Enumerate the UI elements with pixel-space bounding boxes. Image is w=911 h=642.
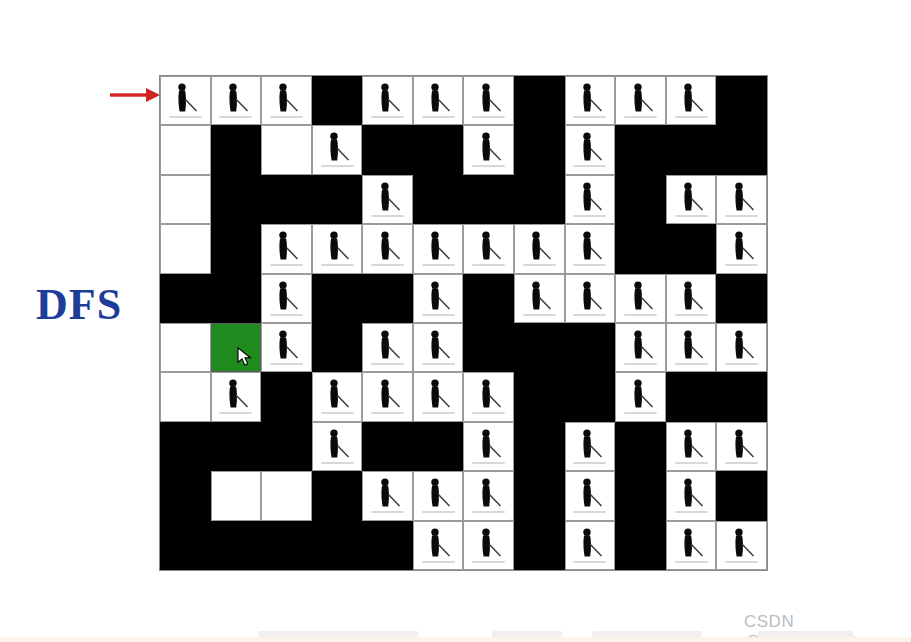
maze-cell-r5c9 bbox=[565, 274, 616, 323]
figure-caption bbox=[725, 462, 758, 464]
figure-caption bbox=[472, 116, 505, 118]
figure-caption bbox=[321, 462, 354, 464]
walker-icon bbox=[273, 83, 299, 114]
maze-cell-r3c9 bbox=[565, 175, 616, 224]
walker-icon bbox=[476, 379, 502, 410]
walker-icon bbox=[476, 231, 502, 262]
walker-icon bbox=[628, 330, 654, 361]
maze-cell-r10c10 bbox=[615, 521, 666, 570]
maze-cell-r8c3 bbox=[261, 422, 312, 471]
figure-caption bbox=[371, 215, 404, 217]
maze-cell-r6c12 bbox=[716, 323, 767, 372]
maze-cell-r6c9 bbox=[565, 323, 616, 372]
walker-icon bbox=[577, 231, 603, 262]
maze-cell-r9c2 bbox=[211, 471, 262, 520]
maze-cell-r3c7 bbox=[463, 175, 514, 224]
maze-cell-r7c3 bbox=[261, 372, 312, 421]
maze-cell-r6c2 bbox=[211, 323, 262, 372]
walker-icon bbox=[577, 478, 603, 509]
figure-caption bbox=[725, 363, 758, 365]
maze-cell-r2c3 bbox=[261, 125, 312, 174]
maze-cell-r1c1 bbox=[160, 76, 211, 125]
maze-cell-r2c8 bbox=[514, 125, 565, 174]
figure-caption bbox=[270, 116, 303, 118]
maze-cell-r7c9 bbox=[565, 372, 616, 421]
maze-cell-r4c4 bbox=[312, 224, 363, 273]
maze-cell-r10c12 bbox=[716, 521, 767, 570]
figure-caption bbox=[371, 116, 404, 118]
figure-caption bbox=[675, 511, 708, 513]
maze-cell-r8c6 bbox=[413, 422, 464, 471]
figure-caption bbox=[624, 363, 657, 365]
maze-cell-r1c4 bbox=[312, 76, 363, 125]
figure-caption bbox=[422, 511, 455, 513]
maze-cell-r9c9 bbox=[565, 471, 616, 520]
figure-caption bbox=[472, 412, 505, 414]
walker-icon bbox=[678, 182, 704, 213]
figure-caption bbox=[573, 511, 606, 513]
maze-cell-r2c5 bbox=[362, 125, 413, 174]
maze-cell-r8c8 bbox=[514, 422, 565, 471]
maze-cell-r1c8 bbox=[514, 76, 565, 125]
figure-caption bbox=[624, 116, 657, 118]
maze-cell-r7c11 bbox=[666, 372, 717, 421]
walker-icon bbox=[729, 182, 755, 213]
walker-icon bbox=[324, 379, 350, 410]
maze-cell-r4c2 bbox=[211, 224, 262, 273]
maze-cell-r8c2 bbox=[211, 422, 262, 471]
walker-icon bbox=[729, 330, 755, 361]
algorithm-label: DFS bbox=[36, 283, 122, 327]
walker-icon bbox=[628, 379, 654, 410]
walker-icon bbox=[678, 429, 704, 460]
walker-icon bbox=[678, 330, 704, 361]
maze-cell-r1c3 bbox=[261, 76, 312, 125]
maze-cell-r4c6 bbox=[413, 224, 464, 273]
walker-icon bbox=[375, 330, 401, 361]
figure-caption bbox=[321, 412, 354, 414]
figure-caption bbox=[422, 412, 455, 414]
walker-icon bbox=[375, 182, 401, 213]
maze-cell-r8c10 bbox=[615, 422, 666, 471]
maze-cell-r9c3 bbox=[261, 471, 312, 520]
figure-caption bbox=[675, 215, 708, 217]
maze-cell-r8c5 bbox=[362, 422, 413, 471]
maze-cell-r5c11 bbox=[666, 274, 717, 323]
maze-cell-r5c10 bbox=[615, 274, 666, 323]
figure-caption bbox=[675, 561, 708, 563]
maze-cell-r9c11 bbox=[666, 471, 717, 520]
maze-cell-r1c6 bbox=[413, 76, 464, 125]
walker-icon bbox=[324, 132, 350, 163]
figure-caption bbox=[422, 314, 455, 316]
walker-icon bbox=[729, 231, 755, 262]
figure-caption bbox=[422, 363, 455, 365]
walker-icon bbox=[577, 132, 603, 163]
maze-cell-r1c7 bbox=[463, 76, 514, 125]
maze-cell-r7c12 bbox=[716, 372, 767, 421]
maze-cell-r10c5 bbox=[362, 521, 413, 570]
walker-icon bbox=[425, 281, 451, 312]
maze-cell-r7c1 bbox=[160, 372, 211, 421]
walker-icon bbox=[425, 478, 451, 509]
figure-caption bbox=[675, 363, 708, 365]
figure-caption bbox=[573, 561, 606, 563]
maze-cell-r9c6 bbox=[413, 471, 464, 520]
maze-cell-r2c2 bbox=[211, 125, 262, 174]
figure-caption bbox=[371, 363, 404, 365]
maze-cell-r4c8 bbox=[514, 224, 565, 273]
walker-icon bbox=[425, 231, 451, 262]
maze-cell-r5c7 bbox=[463, 274, 514, 323]
figure-caption bbox=[725, 215, 758, 217]
walker-icon bbox=[628, 281, 654, 312]
walker-icon bbox=[628, 83, 654, 114]
walker-icon bbox=[729, 429, 755, 460]
maze-cell-r5c4 bbox=[312, 274, 363, 323]
figure-caption bbox=[371, 412, 404, 414]
figure-caption bbox=[422, 561, 455, 563]
maze-grid bbox=[159, 75, 768, 571]
figure-caption bbox=[573, 165, 606, 167]
maze-cell-r8c9 bbox=[565, 422, 616, 471]
maze-cell-r10c9 bbox=[565, 521, 616, 570]
maze-cell-r5c2 bbox=[211, 274, 262, 323]
maze-cell-r7c8 bbox=[514, 372, 565, 421]
walker-icon bbox=[476, 132, 502, 163]
walker-icon bbox=[425, 83, 451, 114]
figure-caption bbox=[321, 264, 354, 266]
figure-caption bbox=[270, 314, 303, 316]
maze-cell-r10c4 bbox=[312, 521, 363, 570]
maze-cell-r1c9 bbox=[565, 76, 616, 125]
figure-caption bbox=[573, 264, 606, 266]
figure-caption bbox=[472, 165, 505, 167]
maze-cell-r10c2 bbox=[211, 521, 262, 570]
maze-cell-r9c1 bbox=[160, 471, 211, 520]
maze-cell-r3c3 bbox=[261, 175, 312, 224]
maze-cell-r2c11 bbox=[666, 125, 717, 174]
figure-caption bbox=[675, 462, 708, 464]
figure-caption bbox=[523, 314, 556, 316]
maze-cell-r7c5 bbox=[362, 372, 413, 421]
maze-cell-r7c10 bbox=[615, 372, 666, 421]
walker-icon bbox=[526, 281, 552, 312]
maze-cell-r9c7 bbox=[463, 471, 514, 520]
walker-icon bbox=[577, 528, 603, 559]
walker-icon bbox=[273, 231, 299, 262]
walker-icon bbox=[375, 379, 401, 410]
walker-icon bbox=[577, 281, 603, 312]
walker-icon bbox=[476, 528, 502, 559]
maze-cell-r2c10 bbox=[615, 125, 666, 174]
maze-cell-r9c4 bbox=[312, 471, 363, 520]
figure-caption bbox=[169, 116, 202, 118]
maze-cell-r6c6 bbox=[413, 323, 464, 372]
figure-caption bbox=[422, 264, 455, 266]
maze-cell-r3c2 bbox=[211, 175, 262, 224]
walker-icon bbox=[223, 83, 249, 114]
maze-cell-r7c6 bbox=[413, 372, 464, 421]
walker-icon bbox=[526, 231, 552, 262]
maze-cell-r3c10 bbox=[615, 175, 666, 224]
figure-caption bbox=[422, 116, 455, 118]
maze-cell-r8c1 bbox=[160, 422, 211, 471]
maze-cell-r10c8 bbox=[514, 521, 565, 570]
walker-icon bbox=[375, 231, 401, 262]
maze-cell-r1c12 bbox=[716, 76, 767, 125]
maze-cell-r3c5 bbox=[362, 175, 413, 224]
figure-caption bbox=[624, 314, 657, 316]
maze-cell-r1c2 bbox=[211, 76, 262, 125]
maze-cell-r10c7 bbox=[463, 521, 514, 570]
maze-cell-r5c6 bbox=[413, 274, 464, 323]
walker-icon bbox=[425, 330, 451, 361]
maze-cell-r7c2 bbox=[211, 372, 262, 421]
maze-cell-r5c8 bbox=[514, 274, 565, 323]
maze-cell-r6c3 bbox=[261, 323, 312, 372]
figure-caption bbox=[219, 412, 252, 414]
figure-caption bbox=[725, 561, 758, 563]
maze-cell-r5c1 bbox=[160, 274, 211, 323]
maze-cell-r4c1 bbox=[160, 224, 211, 273]
maze-cell-r6c5 bbox=[362, 323, 413, 372]
maze-cell-r8c11 bbox=[666, 422, 717, 471]
maze-cell-r6c4 bbox=[312, 323, 363, 372]
maze-cell-r8c7 bbox=[463, 422, 514, 471]
maze-cell-r10c3 bbox=[261, 521, 312, 570]
maze-cell-r2c12 bbox=[716, 125, 767, 174]
maze-cell-r4c7 bbox=[463, 224, 514, 273]
figure-caption bbox=[675, 116, 708, 118]
maze-cell-r4c9 bbox=[565, 224, 616, 273]
maze-cell-r8c12 bbox=[716, 422, 767, 471]
walker-icon bbox=[577, 83, 603, 114]
maze-cell-r9c5 bbox=[362, 471, 413, 520]
maze-cell-r3c1 bbox=[160, 175, 211, 224]
walker-icon bbox=[172, 83, 198, 114]
maze-cell-r7c4 bbox=[312, 372, 363, 421]
maze-cell-r4c5 bbox=[362, 224, 413, 273]
walker-icon bbox=[476, 83, 502, 114]
maze-cell-r3c11 bbox=[666, 175, 717, 224]
maze-cell-r4c10 bbox=[615, 224, 666, 273]
walker-icon bbox=[273, 281, 299, 312]
figure-caption bbox=[472, 264, 505, 266]
maze-cell-r3c4 bbox=[312, 175, 363, 224]
maze-cell-r9c12 bbox=[716, 471, 767, 520]
maze-cell-r6c7 bbox=[463, 323, 514, 372]
walker-icon bbox=[577, 429, 603, 460]
walker-icon bbox=[678, 478, 704, 509]
walker-icon bbox=[324, 429, 350, 460]
maze-cell-r10c6 bbox=[413, 521, 464, 570]
mouse-cursor-icon bbox=[237, 347, 252, 367]
walker-icon bbox=[324, 231, 350, 262]
maze-cell-r5c12 bbox=[716, 274, 767, 323]
maze-cell-r2c4 bbox=[312, 125, 363, 174]
figure-caption bbox=[371, 264, 404, 266]
walker-icon bbox=[476, 478, 502, 509]
figure-caption bbox=[523, 264, 556, 266]
walker-icon bbox=[425, 379, 451, 410]
maze-cell-r3c6 bbox=[413, 175, 464, 224]
maze-cell-r3c8 bbox=[514, 175, 565, 224]
figure-caption bbox=[321, 165, 354, 167]
figure-caption bbox=[573, 314, 606, 316]
maze-cell-r2c1 bbox=[160, 125, 211, 174]
walker-icon bbox=[273, 330, 299, 361]
figure-caption bbox=[675, 314, 708, 316]
maze-cell-r3c12 bbox=[716, 175, 767, 224]
maze-cell-r6c10 bbox=[615, 323, 666, 372]
maze-cell-r5c3 bbox=[261, 274, 312, 323]
maze-cell-r8c4 bbox=[312, 422, 363, 471]
walker-icon bbox=[678, 281, 704, 312]
maze-cell-r6c11 bbox=[666, 323, 717, 372]
walker-icon bbox=[476, 429, 502, 460]
figure-caption bbox=[371, 511, 404, 513]
figure-caption bbox=[472, 462, 505, 464]
start-arrow-icon bbox=[110, 87, 160, 103]
maze-cell-r2c6 bbox=[413, 125, 464, 174]
maze-cell-r2c7 bbox=[463, 125, 514, 174]
maze-cell-r9c10 bbox=[615, 471, 666, 520]
walker-icon bbox=[375, 83, 401, 114]
walker-icon bbox=[375, 478, 401, 509]
walker-icon bbox=[678, 528, 704, 559]
maze-cell-r9c8 bbox=[514, 471, 565, 520]
figure-caption bbox=[725, 264, 758, 266]
maze-cell-r1c10 bbox=[615, 76, 666, 125]
walker-icon bbox=[425, 528, 451, 559]
figure-caption bbox=[270, 264, 303, 266]
figure-caption bbox=[573, 116, 606, 118]
figure-caption bbox=[472, 561, 505, 563]
maze-cell-r10c1 bbox=[160, 521, 211, 570]
walker-icon bbox=[729, 528, 755, 559]
maze-cell-r7c7 bbox=[463, 372, 514, 421]
bottom-strip bbox=[0, 637, 911, 642]
maze-cell-r4c11 bbox=[666, 224, 717, 273]
walker-icon bbox=[223, 379, 249, 410]
figure-caption bbox=[472, 511, 505, 513]
walker-icon bbox=[577, 182, 603, 213]
maze-cell-r5c5 bbox=[362, 274, 413, 323]
maze-cell-r1c11 bbox=[666, 76, 717, 125]
maze-cell-r6c8 bbox=[514, 323, 565, 372]
figure-caption bbox=[624, 412, 657, 414]
maze-cell-r1c5 bbox=[362, 76, 413, 125]
figure-caption bbox=[573, 462, 606, 464]
maze-cell-r4c12 bbox=[716, 224, 767, 273]
maze-cell-r6c1 bbox=[160, 323, 211, 372]
figure-caption bbox=[219, 116, 252, 118]
figure-caption bbox=[270, 363, 303, 365]
figure-caption bbox=[573, 215, 606, 217]
maze-cell-r4c3 bbox=[261, 224, 312, 273]
maze-cell-r2c9 bbox=[565, 125, 616, 174]
walker-icon bbox=[678, 83, 704, 114]
maze-cell-r10c11 bbox=[666, 521, 717, 570]
